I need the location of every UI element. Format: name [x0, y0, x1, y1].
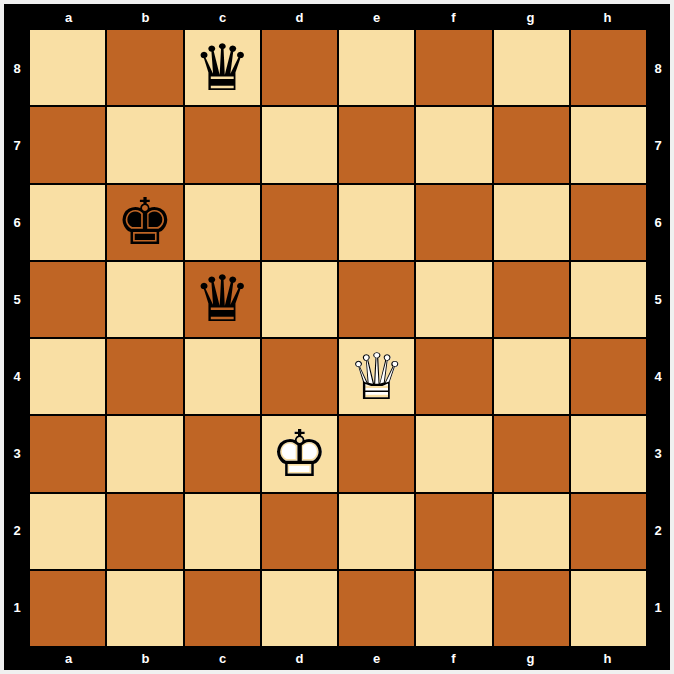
file-label-f-bottom: f [415, 646, 492, 670]
piece-black-queen-c8: ♛ [185, 30, 260, 105]
rank-label-7-right: 7 [646, 107, 670, 184]
piece-outline-layer: ♕ [339, 339, 414, 414]
piece-black-king-b6: ♚ [107, 185, 182, 260]
square-c7[interactable] [185, 107, 260, 182]
square-h2[interactable] [571, 494, 646, 569]
square-c1[interactable] [185, 571, 260, 646]
board-frame: abcdefgh abcdefgh 87654321 87654321 ♛♚♛♛… [4, 4, 670, 670]
square-f1[interactable] [416, 571, 491, 646]
square-f2[interactable] [416, 494, 491, 569]
square-b5[interactable] [107, 262, 182, 337]
square-e5[interactable] [339, 262, 414, 337]
square-d1[interactable] [262, 571, 337, 646]
square-a8[interactable] [30, 30, 105, 105]
square-h1[interactable] [571, 571, 646, 646]
rank-label-4-left: 4 [4, 338, 30, 415]
square-g5[interactable] [494, 262, 569, 337]
square-e2[interactable] [339, 494, 414, 569]
rank-labels-right: 87654321 [646, 30, 670, 646]
file-label-b-top: b [107, 4, 184, 30]
piece-black-queen-c5: ♛ [185, 262, 260, 337]
square-d8[interactable] [262, 30, 337, 105]
square-d5[interactable] [262, 262, 337, 337]
square-a1[interactable] [30, 571, 105, 646]
rank-label-5-left: 5 [4, 261, 30, 338]
square-a6[interactable] [30, 185, 105, 260]
chess-board: ♛♚♛♛♕♚♔ [30, 30, 646, 646]
piece-outline-layer: ♔ [262, 416, 337, 491]
piece-white-king-d3: ♚♔ [262, 416, 337, 491]
square-g2[interactable] [494, 494, 569, 569]
square-g8[interactable] [494, 30, 569, 105]
square-c5[interactable]: ♛ [185, 262, 260, 337]
square-d6[interactable] [262, 185, 337, 260]
square-c2[interactable] [185, 494, 260, 569]
file-labels-top: abcdefgh [30, 4, 646, 30]
square-e8[interactable] [339, 30, 414, 105]
square-h3[interactable] [571, 416, 646, 491]
file-label-g-top: g [492, 4, 569, 30]
rank-label-8-right: 8 [646, 30, 670, 107]
rank-label-8-left: 8 [4, 30, 30, 107]
square-f7[interactable] [416, 107, 491, 182]
rank-labels-left: 87654321 [4, 30, 30, 646]
square-b6[interactable]: ♚ [107, 185, 182, 260]
square-b2[interactable] [107, 494, 182, 569]
rank-label-7-left: 7 [4, 107, 30, 184]
file-label-d-top: d [261, 4, 338, 30]
square-a3[interactable] [30, 416, 105, 491]
square-h5[interactable] [571, 262, 646, 337]
square-a4[interactable] [30, 339, 105, 414]
file-label-a-top: a [30, 4, 107, 30]
rank-label-4-right: 4 [646, 338, 670, 415]
square-f8[interactable] [416, 30, 491, 105]
file-label-b-bottom: b [107, 646, 184, 670]
file-label-h-top: h [569, 4, 646, 30]
square-e7[interactable] [339, 107, 414, 182]
square-f5[interactable] [416, 262, 491, 337]
square-b4[interactable] [107, 339, 182, 414]
square-d7[interactable] [262, 107, 337, 182]
square-a2[interactable] [30, 494, 105, 569]
square-g7[interactable] [494, 107, 569, 182]
square-d4[interactable] [262, 339, 337, 414]
square-b1[interactable] [107, 571, 182, 646]
file-label-d-bottom: d [261, 646, 338, 670]
square-e3[interactable] [339, 416, 414, 491]
rank-label-2-right: 2 [646, 492, 670, 569]
rank-label-6-right: 6 [646, 184, 670, 261]
file-label-f-top: f [415, 4, 492, 30]
rank-label-2-left: 2 [4, 492, 30, 569]
square-e6[interactable] [339, 185, 414, 260]
square-h7[interactable] [571, 107, 646, 182]
square-h8[interactable] [571, 30, 646, 105]
piece-fill-layer: ♚ [262, 416, 337, 491]
file-label-g-bottom: g [492, 646, 569, 670]
square-d2[interactable] [262, 494, 337, 569]
piece-glyph: ♛ [185, 262, 260, 337]
rank-label-1-left: 1 [4, 569, 30, 646]
square-e1[interactable] [339, 571, 414, 646]
square-b3[interactable] [107, 416, 182, 491]
square-g1[interactable] [494, 571, 569, 646]
piece-glyph: ♛ [185, 30, 260, 105]
square-a5[interactable] [30, 262, 105, 337]
square-h6[interactable] [571, 185, 646, 260]
file-label-h-bottom: h [569, 646, 646, 670]
file-label-e-bottom: e [338, 646, 415, 670]
square-h4[interactable] [571, 339, 646, 414]
square-g4[interactable] [494, 339, 569, 414]
square-c6[interactable] [185, 185, 260, 260]
square-e4[interactable]: ♛♕ [339, 339, 414, 414]
rank-label-3-right: 3 [646, 415, 670, 492]
square-g3[interactable] [494, 416, 569, 491]
square-b7[interactable] [107, 107, 182, 182]
piece-fill-layer: ♛ [339, 339, 414, 414]
rank-label-6-left: 6 [4, 184, 30, 261]
square-b8[interactable] [107, 30, 182, 105]
file-label-e-top: e [338, 4, 415, 30]
piece-white-queen-e4: ♛♕ [339, 339, 414, 414]
square-f6[interactable] [416, 185, 491, 260]
square-a7[interactable] [30, 107, 105, 182]
square-g6[interactable] [494, 185, 569, 260]
file-label-a-bottom: a [30, 646, 107, 670]
file-labels-bottom: abcdefgh [30, 646, 646, 670]
square-d3[interactable]: ♚♔ [262, 416, 337, 491]
file-label-c-bottom: c [184, 646, 261, 670]
square-f4[interactable] [416, 339, 491, 414]
piece-glyph: ♚ [107, 185, 182, 260]
rank-label-5-right: 5 [646, 261, 670, 338]
file-label-c-top: c [184, 4, 261, 30]
square-c3[interactable] [185, 416, 260, 491]
square-f3[interactable] [416, 416, 491, 491]
square-c4[interactable] [185, 339, 260, 414]
rank-label-3-left: 3 [4, 415, 30, 492]
square-c8[interactable]: ♛ [185, 30, 260, 105]
rank-label-1-right: 1 [646, 569, 670, 646]
